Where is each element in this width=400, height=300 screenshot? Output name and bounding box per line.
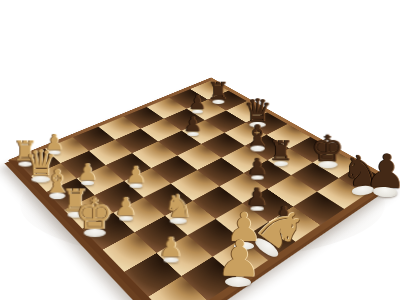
white-pawn[interactable]: ♟ xyxy=(125,165,146,189)
board-tilt-wrapper: ♜♛♚♟♝♜♟♟♟♟♟♞♟♟♟♟♜♛♝♜♚ xyxy=(19,77,385,300)
wobble-base xyxy=(170,218,187,224)
white-pawn-glyph: ♟ xyxy=(159,235,183,260)
white-pawn[interactable]: ♟ xyxy=(115,196,137,221)
white-knight[interactable]: ♞ xyxy=(164,192,193,224)
white-king[interactable]: ♚ xyxy=(76,195,114,238)
black-pawn[interactable]: ♟ xyxy=(247,157,267,180)
black-pawn[interactable]: ♟ xyxy=(184,115,202,136)
wobble-base xyxy=(252,175,264,180)
chess-board: ♜♛♚♟♝♜♟♟♟♟♟♞♟♟♟♟♜♛♝♜♚ xyxy=(8,77,396,300)
black-rook[interactable]: ♜ xyxy=(269,139,293,166)
white-king-glyph: ♚ xyxy=(76,195,114,234)
chess-product-render: ♜♛♚♟♝♜♟♟♟♟♟♞♟♟♟♟♜♛♝♜♚ ♞♟♟♞♟ xyxy=(0,0,400,300)
white-pawn[interactable]: ♟ xyxy=(159,235,183,262)
wobble-base xyxy=(130,183,142,188)
white-knight-glyph: ♞ xyxy=(164,192,193,221)
black-pawn[interactable]: ♟ xyxy=(189,94,206,114)
black-bishop[interactable]: ♝ xyxy=(245,122,271,151)
offboard-black-pawn[interactable]: ♟ xyxy=(364,149,400,198)
black-pawn-glyph: ♟ xyxy=(247,157,267,178)
black-rook[interactable]: ♜ xyxy=(208,81,229,104)
offboard-white-pawn[interactable]: ♟ xyxy=(216,235,263,287)
white-pawn-glyph: ♟ xyxy=(216,235,262,283)
